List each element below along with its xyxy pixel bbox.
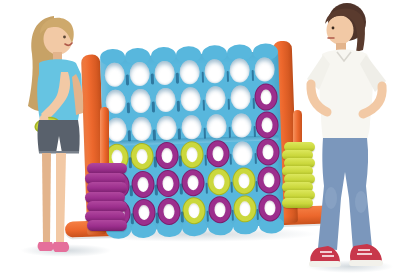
boy-eye: [332, 27, 335, 30]
girl-leg-back: [42, 153, 51, 242]
cell-r6c5[interactable]: [207, 195, 233, 224]
cell-r2c3[interactable]: [152, 86, 178, 115]
cell-r4c5[interactable]: [205, 140, 231, 169]
cell-r6c6[interactable]: [232, 194, 258, 223]
cell-r3c2[interactable]: [128, 115, 154, 144]
empty-hole: [155, 88, 176, 113]
cell-r1c3[interactable]: [151, 59, 177, 88]
boy-sneaker-left-sole: [309, 261, 341, 267]
cell-r5c5[interactable]: [206, 167, 232, 196]
empty-hole: [180, 87, 201, 112]
purple-disc: [158, 198, 180, 224]
cell-r3c7[interactable]: [254, 110, 280, 139]
purple-disc: [255, 84, 277, 110]
cell-r3c4[interactable]: [179, 113, 205, 142]
scene: [0, 0, 400, 277]
board-panel: [100, 51, 284, 231]
girl-sandal-back: [38, 242, 54, 251]
cell-r1c2[interactable]: [126, 60, 152, 89]
empty-hole: [130, 89, 151, 114]
purple-disc: [157, 171, 179, 197]
girl-sandal-front: [53, 242, 70, 252]
girl-player: [6, 12, 110, 256]
cell-r1c6[interactable]: [227, 56, 253, 85]
cell-r6c2[interactable]: [131, 198, 157, 227]
cell-r5c6[interactable]: [231, 167, 257, 196]
empty-hole: [205, 86, 226, 111]
cell-r6c3[interactable]: [156, 197, 182, 226]
purple-disc: [132, 172, 154, 198]
purple-disc: [133, 199, 155, 225]
purple-disc: [183, 170, 205, 196]
cell-r2c2[interactable]: [127, 87, 153, 116]
purple-disc: [156, 143, 178, 169]
boy-sneaker-right-sole: [349, 260, 383, 266]
purple-disc: [259, 195, 281, 221]
cell-r2c7[interactable]: [253, 83, 279, 112]
cell-r3c5[interactable]: [204, 112, 230, 141]
purple-disc: [207, 141, 229, 167]
cell-r4c6[interactable]: [230, 139, 256, 168]
board-grid: [101, 55, 283, 227]
cell-r6c4[interactable]: [181, 196, 207, 225]
purple-disc: [258, 167, 280, 193]
empty-hole: [179, 60, 200, 85]
purple-disc: [257, 139, 279, 165]
cell-r1c7[interactable]: [252, 55, 278, 84]
purple-disc: [209, 197, 231, 223]
cell-r1c4[interactable]: [177, 58, 203, 87]
girl-shorts: [38, 120, 80, 153]
girl-leg-front: [56, 153, 66, 242]
cell-r4c4[interactable]: [180, 141, 206, 170]
cell-r2c5[interactable]: [203, 85, 229, 114]
empty-hole: [129, 61, 150, 86]
cell-r5c7[interactable]: [256, 166, 282, 195]
cell-r4c3[interactable]: [154, 142, 180, 171]
cell-r2c4[interactable]: [178, 85, 204, 114]
empty-hole: [131, 117, 152, 142]
boy-sneaker-right: [350, 244, 382, 262]
yellow-disc: [208, 169, 230, 195]
empty-hole: [154, 61, 175, 86]
boy-player: [294, 0, 400, 276]
yellow-disc: [182, 142, 204, 168]
cell-r3c3[interactable]: [153, 114, 179, 143]
cell-r4c2[interactable]: [129, 142, 155, 171]
empty-hole: [231, 113, 252, 138]
yellow-disc: [233, 168, 255, 194]
empty-hole: [206, 114, 227, 139]
girl-eye: [63, 36, 66, 39]
empty-hole: [204, 59, 225, 84]
empty-hole: [232, 141, 253, 166]
boy-knee-patch-right: [355, 191, 367, 213]
cell-r2c6[interactable]: [228, 84, 254, 113]
empty-hole: [156, 116, 177, 141]
cell-r5c2[interactable]: [130, 170, 156, 199]
cell-r4c7[interactable]: [255, 138, 281, 167]
cell-r1c5[interactable]: [202, 57, 228, 86]
yellow-disc: [234, 196, 256, 222]
yellow-disc: [184, 197, 206, 223]
yellow-disc: [131, 144, 153, 170]
boy-head: [327, 16, 354, 45]
cell-r5c3[interactable]: [155, 169, 181, 198]
cell-r5c4[interactable]: [180, 168, 206, 197]
purple-disc: [256, 112, 278, 138]
boy-knee-patch-left: [325, 187, 337, 209]
cell-r6c7[interactable]: [257, 193, 283, 222]
empty-hole: [255, 57, 276, 82]
empty-hole: [181, 115, 202, 140]
cell-r3c6[interactable]: [229, 111, 255, 140]
empty-hole: [230, 86, 251, 111]
empty-hole: [229, 58, 250, 83]
